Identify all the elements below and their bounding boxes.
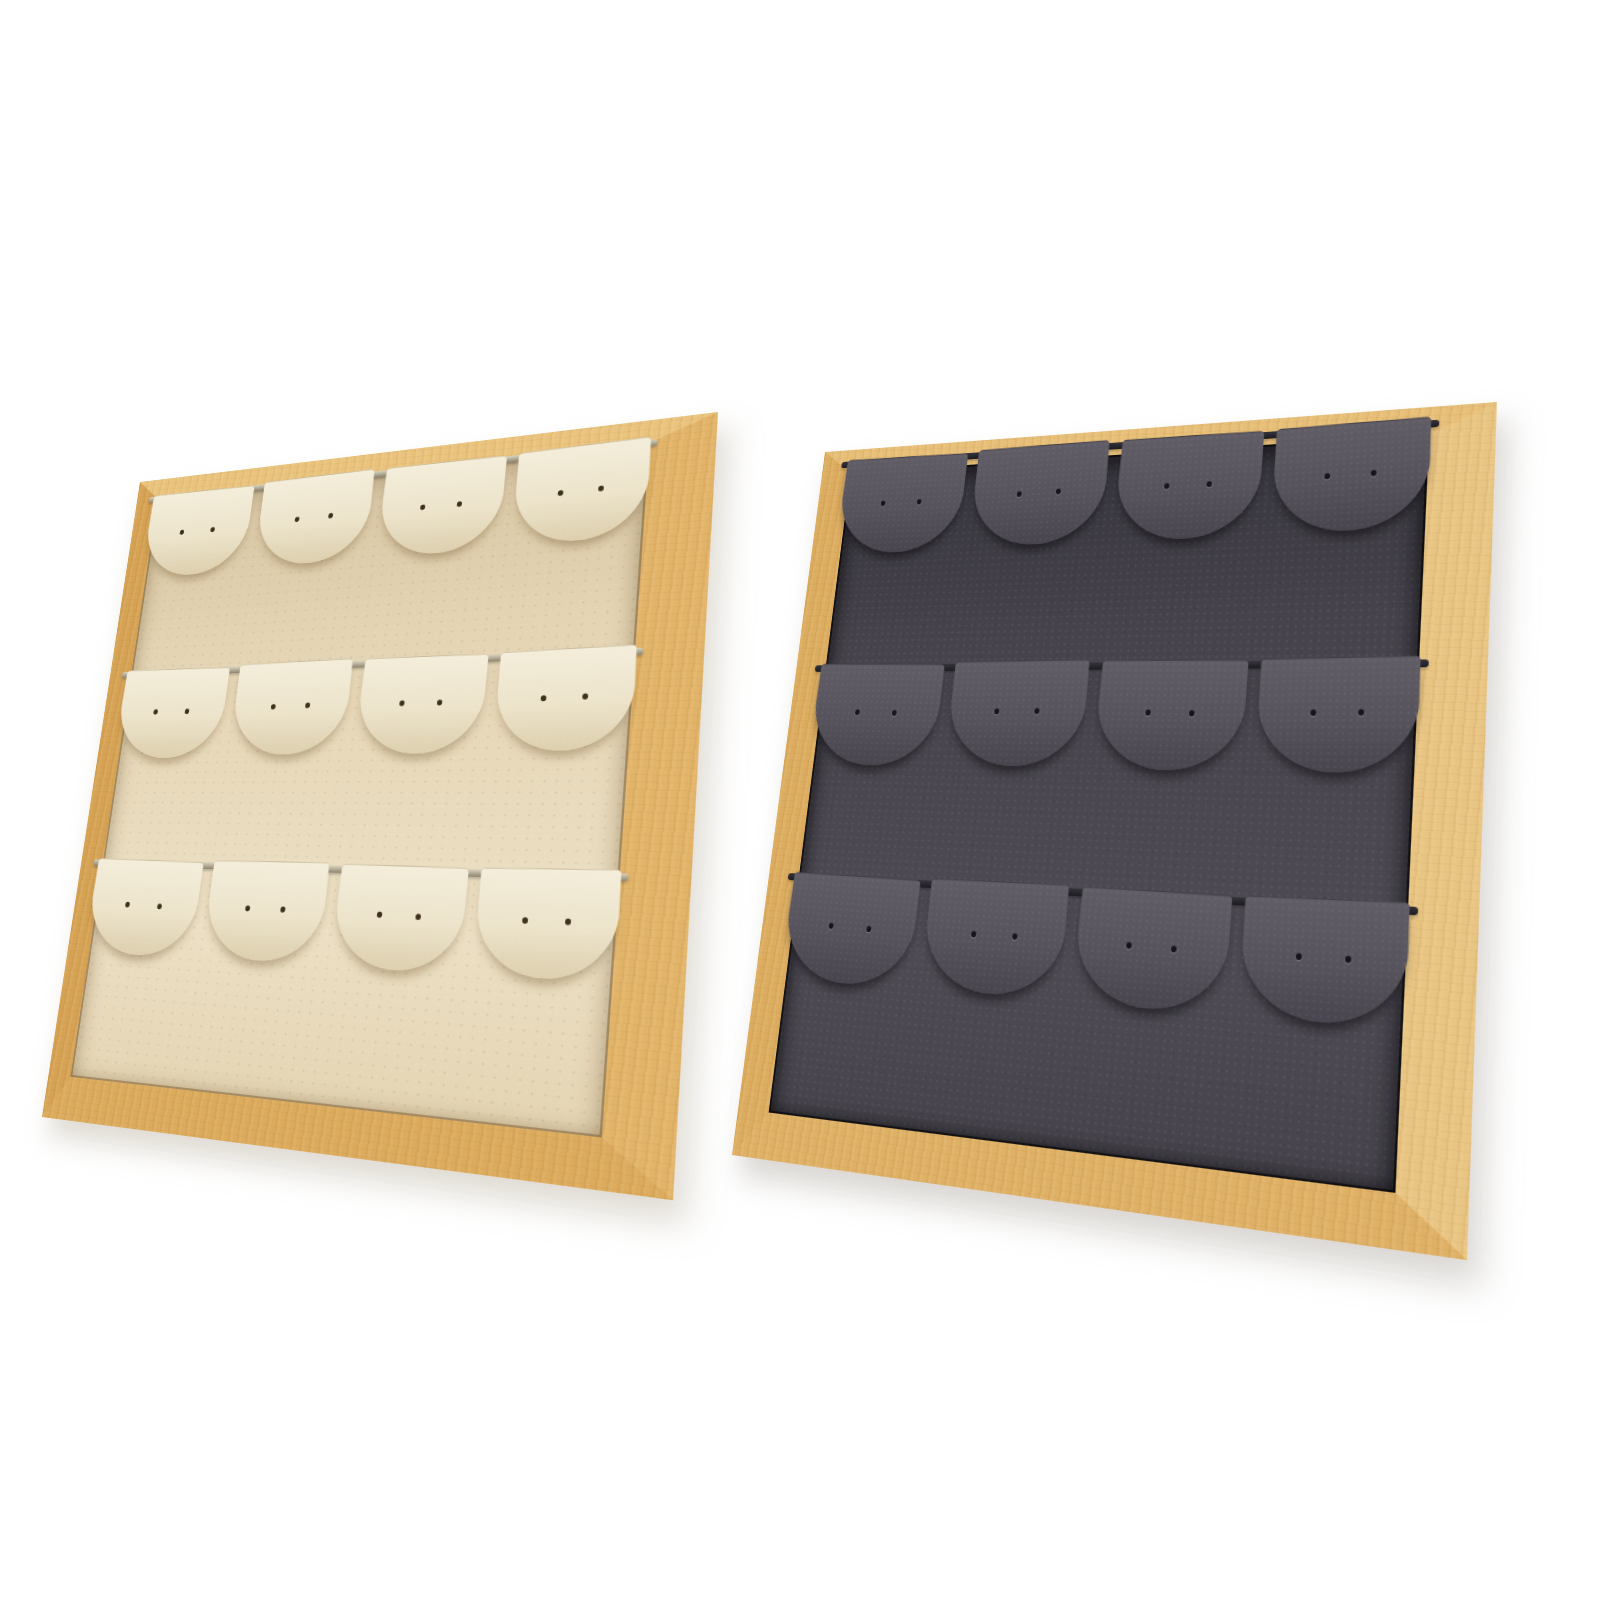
flap-row: [781, 870, 1411, 1028]
earring-hole: [565, 918, 571, 925]
earring-tray-gray: [732, 402, 1497, 1260]
earring-hole: [1206, 481, 1212, 487]
earring-hole: [377, 912, 383, 918]
earring-hole: [271, 704, 276, 710]
earring-hole: [415, 914, 421, 921]
earring-hole: [305, 703, 310, 709]
earring-hole: [854, 709, 859, 715]
earring-hole: [295, 516, 300, 522]
earring-hole: [437, 700, 443, 706]
earring-hole: [210, 527, 215, 532]
earring-hole: [125, 902, 130, 908]
earring-hole: [541, 695, 547, 701]
earring-flap: [84, 858, 204, 959]
earring-flap: [113, 667, 230, 758]
earring-flap: [835, 453, 969, 554]
earring-hole: [245, 905, 250, 911]
earring-hole: [1324, 473, 1330, 480]
earring-hole: [1016, 491, 1021, 497]
flap-row: [141, 437, 652, 576]
flap-row: [114, 645, 638, 756]
earring-hole: [1163, 483, 1169, 489]
earring-flap: [808, 664, 946, 768]
earring-hole: [157, 904, 162, 910]
earring-hole: [866, 926, 871, 933]
earring-hole: [184, 709, 189, 714]
earring-hole: [328, 513, 333, 519]
earring-hole: [994, 708, 999, 714]
earring-flap: [376, 455, 507, 558]
earring-hole: [456, 501, 462, 507]
earring-hole: [1345, 955, 1351, 962]
product-photo: [0, 0, 1600, 1600]
earring-flap: [330, 863, 469, 974]
earring-hole: [892, 710, 897, 716]
earring-hole: [1189, 710, 1195, 716]
earring-hole: [1310, 709, 1316, 716]
earring-hole: [420, 504, 426, 510]
earring-hole: [582, 693, 588, 699]
earring-flap: [1239, 895, 1410, 1028]
earring-hole: [828, 922, 833, 928]
earring-flap: [512, 436, 652, 546]
flap-row: [85, 857, 623, 982]
suede-panel: [70, 443, 649, 1138]
earring-flap: [202, 860, 330, 964]
earring-hole: [1295, 953, 1301, 960]
earring-flap: [229, 658, 353, 755]
earring-flap: [1071, 886, 1232, 1016]
earring-flap: [140, 485, 254, 578]
earring-hole: [1125, 942, 1131, 949]
earring-flap: [969, 440, 1110, 548]
earring-flap: [1092, 660, 1249, 773]
earring-hole: [153, 709, 158, 714]
earring-flap: [920, 878, 1069, 999]
earring-hole: [522, 917, 528, 924]
earring-flap: [354, 653, 489, 753]
earring-flap: [1271, 416, 1432, 535]
earring-hole: [1012, 933, 1018, 940]
earring-hole: [1171, 945, 1177, 952]
earring-hole: [880, 501, 885, 507]
earring-flap: [945, 659, 1090, 767]
earring-hole: [1358, 709, 1364, 716]
earring-flap: [1113, 431, 1265, 542]
earring-flap: [1255, 655, 1421, 773]
earring-hole: [399, 700, 405, 706]
earring-hole: [1145, 709, 1151, 715]
earring-hole: [280, 907, 285, 913]
earring-hole: [558, 490, 564, 496]
earring-tray-beige: [42, 412, 718, 1200]
earring-flap: [254, 469, 375, 568]
flap-row: [808, 656, 1421, 773]
earring-hole: [917, 499, 922, 505]
earring-hole: [970, 931, 976, 938]
earring-hole: [180, 530, 185, 535]
earring-hole: [1056, 488, 1061, 494]
earring-hole: [1034, 708, 1040, 714]
suede-panel: [769, 434, 1430, 1193]
earring-flap: [473, 867, 622, 982]
earring-flap: [493, 644, 637, 752]
earring-hole: [1371, 470, 1377, 477]
earring-hole: [598, 485, 604, 491]
flap-row: [835, 417, 1432, 552]
earring-flap: [780, 872, 921, 990]
